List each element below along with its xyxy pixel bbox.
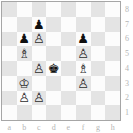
square-b7[interactable] — [17, 17, 32, 32]
square-a3[interactable] — [2, 76, 17, 91]
square-f5[interactable]: ♙ — [76, 46, 91, 61]
file-label-d: d — [46, 121, 61, 133]
chess-diagram: ♟♟♙♟♗♙♙♚♗♔♙♙♙ 87654321 abcdefgh — [0, 0, 133, 133]
square-b4[interactable] — [17, 61, 32, 76]
file-label-e: e — [61, 121, 76, 133]
chessboard: ♟♟♙♟♗♙♙♚♗♔♙♙♙ — [1, 1, 121, 121]
file-label-b: b — [17, 121, 32, 133]
square-h1[interactable] — [105, 105, 120, 120]
square-h8[interactable] — [105, 2, 120, 17]
black-pawn-b6[interactable]: ♟ — [18, 32, 30, 45]
square-b3[interactable]: ♔ — [17, 76, 32, 91]
square-c4[interactable]: ♙ — [32, 61, 47, 76]
rank-label-5: 5 — [121, 46, 133, 61]
square-e4[interactable] — [61, 61, 76, 76]
square-b8[interactable] — [17, 2, 32, 17]
square-e5[interactable] — [61, 46, 76, 61]
white-pawn-c2[interactable]: ♙ — [33, 91, 45, 104]
white-pawn-c4[interactable]: ♙ — [33, 61, 45, 74]
square-d3[interactable] — [46, 76, 61, 91]
black-pawn-f6[interactable]: ♟ — [77, 32, 89, 45]
square-f1[interactable] — [76, 105, 91, 120]
square-h2[interactable] — [105, 91, 120, 106]
square-h7[interactable] — [105, 17, 120, 32]
square-a6[interactable] — [2, 32, 17, 47]
square-d5[interactable] — [46, 46, 61, 61]
square-g8[interactable] — [91, 2, 106, 17]
square-h6[interactable] — [105, 32, 120, 47]
file-labels: abcdefgh — [2, 121, 120, 133]
square-d2[interactable] — [46, 91, 61, 106]
square-f3[interactable]: ♙ — [76, 76, 91, 91]
square-a4[interactable] — [2, 61, 17, 76]
file-label-h: h — [105, 121, 120, 133]
white-bishop-f4[interactable]: ♗ — [77, 61, 89, 74]
white-pawn-c6[interactable]: ♙ — [33, 32, 45, 45]
white-bishop-b5[interactable]: ♗ — [18, 47, 30, 60]
square-e1[interactable] — [61, 105, 76, 120]
square-e6[interactable] — [61, 32, 76, 47]
square-g4[interactable] — [91, 61, 106, 76]
square-d4[interactable]: ♚ — [46, 61, 61, 76]
white-pawn-f5[interactable]: ♙ — [77, 47, 89, 60]
square-c6[interactable]: ♙ — [32, 32, 47, 47]
file-label-g: g — [91, 121, 106, 133]
square-g5[interactable] — [91, 46, 106, 61]
square-a5[interactable] — [2, 46, 17, 61]
square-e8[interactable] — [61, 2, 76, 17]
square-c3[interactable] — [32, 76, 47, 91]
white-pawn-b2[interactable]: ♙ — [18, 91, 30, 104]
square-g2[interactable] — [91, 91, 106, 106]
square-g3[interactable] — [91, 76, 106, 91]
file-label-a: a — [2, 121, 17, 133]
rank-label-8: 8 — [121, 2, 133, 17]
square-b2[interactable]: ♙ — [17, 91, 32, 106]
square-f6[interactable]: ♟ — [76, 32, 91, 47]
rank-label-3: 3 — [121, 76, 133, 91]
rank-label-6: 6 — [121, 32, 133, 47]
square-g1[interactable] — [91, 105, 106, 120]
rank-label-1: 1 — [121, 105, 133, 120]
square-d7[interactable] — [46, 17, 61, 32]
square-b6[interactable]: ♟ — [17, 32, 32, 47]
square-a8[interactable] — [2, 2, 17, 17]
rank-label-2: 2 — [121, 91, 133, 106]
square-d6[interactable] — [46, 32, 61, 47]
square-f7[interactable] — [76, 17, 91, 32]
square-d1[interactable] — [46, 105, 61, 120]
square-e7[interactable] — [61, 17, 76, 32]
square-f8[interactable] — [76, 2, 91, 17]
square-c8[interactable] — [32, 2, 47, 17]
square-a2[interactable] — [2, 91, 17, 106]
file-label-c: c — [32, 121, 47, 133]
square-d8[interactable] — [46, 2, 61, 17]
square-a1[interactable] — [2, 105, 17, 120]
square-g7[interactable] — [91, 17, 106, 32]
rank-label-4: 4 — [121, 61, 133, 76]
square-f4[interactable]: ♗ — [76, 61, 91, 76]
square-h5[interactable] — [105, 46, 120, 61]
square-g6[interactable] — [91, 32, 106, 47]
square-c7[interactable]: ♟ — [32, 17, 47, 32]
black-pawn-c7[interactable]: ♟ — [33, 17, 45, 30]
square-h4[interactable] — [105, 61, 120, 76]
square-c2[interactable]: ♙ — [32, 91, 47, 106]
square-f2[interactable] — [76, 91, 91, 106]
square-b5[interactable]: ♗ — [17, 46, 32, 61]
square-e2[interactable] — [61, 91, 76, 106]
square-c5[interactable] — [32, 46, 47, 61]
white-pawn-f3[interactable]: ♙ — [77, 76, 89, 89]
white-king-b3[interactable]: ♔ — [18, 76, 30, 89]
square-c1[interactable] — [32, 105, 47, 120]
rank-label-7: 7 — [121, 17, 133, 32]
rank-labels: 87654321 — [121, 2, 133, 120]
square-a7[interactable] — [2, 17, 17, 32]
square-e3[interactable] — [61, 76, 76, 91]
square-h3[interactable] — [105, 76, 120, 91]
square-b1[interactable] — [17, 105, 32, 120]
file-label-f: f — [76, 121, 91, 133]
black-king-d4[interactable]: ♚ — [48, 61, 60, 74]
